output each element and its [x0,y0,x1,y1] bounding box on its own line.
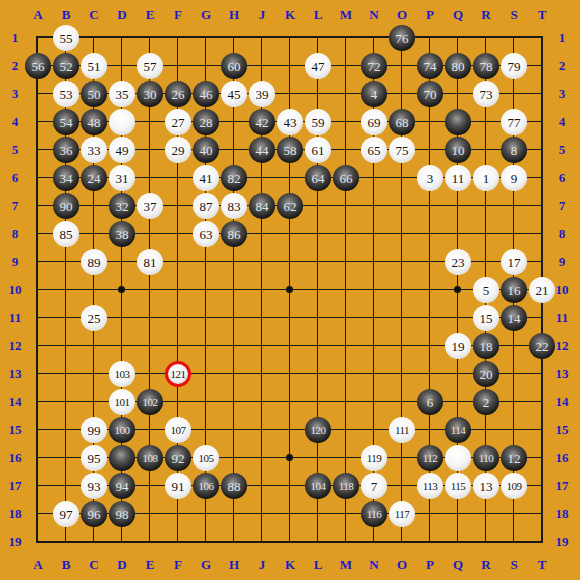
point-T14[interactable] [528,388,556,416]
point-B3[interactable]: 53 [52,80,80,108]
point-O13[interactable] [388,360,416,388]
point-T3[interactable] [528,80,556,108]
point-M3[interactable] [332,80,360,108]
point-O3[interactable] [388,80,416,108]
point-D16[interactable] [108,444,136,472]
point-T7[interactable] [528,192,556,220]
point-D5[interactable]: 49 [108,136,136,164]
point-F8[interactable] [164,220,192,248]
point-B14[interactable] [52,388,80,416]
point-S19[interactable] [500,528,528,556]
point-C11[interactable]: 25 [80,304,108,332]
point-D7[interactable]: 32 [108,192,136,220]
point-S8[interactable] [500,220,528,248]
point-N16[interactable]: 119 [360,444,388,472]
point-K4[interactable]: 43 [276,108,304,136]
point-E4[interactable] [136,108,164,136]
point-S2[interactable]: 79 [500,52,528,80]
point-B12[interactable] [52,332,80,360]
point-K2[interactable] [276,52,304,80]
point-Q9[interactable]: 23 [444,248,472,276]
point-K5[interactable]: 58 [276,136,304,164]
point-R12[interactable]: 18 [472,332,500,360]
point-C2[interactable]: 51 [80,52,108,80]
point-Q12[interactable]: 19 [444,332,472,360]
point-Q8[interactable] [444,220,472,248]
point-L2[interactable]: 47 [304,52,332,80]
point-M5[interactable] [332,136,360,164]
point-G3[interactable]: 46 [192,80,220,108]
point-M16[interactable] [332,444,360,472]
point-R2[interactable]: 78 [472,52,500,80]
point-O1[interactable]: 76 [388,24,416,52]
point-B15[interactable] [52,416,80,444]
point-R4[interactable] [472,108,500,136]
point-K18[interactable] [276,500,304,528]
point-P10[interactable] [416,276,444,304]
point-L3[interactable] [304,80,332,108]
point-J5[interactable]: 44 [248,136,276,164]
point-M18[interactable] [332,500,360,528]
point-S6[interactable]: 9 [500,164,528,192]
point-A10[interactable] [24,276,52,304]
point-L13[interactable] [304,360,332,388]
point-G4[interactable]: 28 [192,108,220,136]
point-N14[interactable] [360,388,388,416]
point-O18[interactable]: 117 [388,500,416,528]
point-E13[interactable] [136,360,164,388]
point-H19[interactable] [220,528,248,556]
point-L12[interactable] [304,332,332,360]
point-E6[interactable] [136,164,164,192]
point-Q17[interactable]: 115 [444,472,472,500]
point-T16[interactable] [528,444,556,472]
point-F6[interactable] [164,164,192,192]
point-S9[interactable]: 17 [500,248,528,276]
point-E19[interactable] [136,528,164,556]
point-H10[interactable] [220,276,248,304]
point-S15[interactable] [500,416,528,444]
point-J2[interactable] [248,52,276,80]
point-D15[interactable]: 100 [108,416,136,444]
point-M15[interactable] [332,416,360,444]
point-L17[interactable]: 104 [304,472,332,500]
point-Q2[interactable]: 80 [444,52,472,80]
point-T4[interactable] [528,108,556,136]
point-E15[interactable] [136,416,164,444]
point-P1[interactable] [416,24,444,52]
point-L4[interactable]: 59 [304,108,332,136]
point-D17[interactable]: 94 [108,472,136,500]
point-R13[interactable]: 20 [472,360,500,388]
point-S17[interactable]: 109 [500,472,528,500]
point-G16[interactable]: 105 [192,444,220,472]
point-A19[interactable] [24,528,52,556]
point-Q18[interactable] [444,500,472,528]
point-E9[interactable]: 81 [136,248,164,276]
point-N19[interactable] [360,528,388,556]
point-O15[interactable]: 111 [388,416,416,444]
point-D1[interactable] [108,24,136,52]
point-C3[interactable]: 50 [80,80,108,108]
point-G10[interactable] [192,276,220,304]
point-R19[interactable] [472,528,500,556]
point-P4[interactable] [416,108,444,136]
point-F4[interactable]: 27 [164,108,192,136]
point-O17[interactable] [388,472,416,500]
point-D19[interactable] [108,528,136,556]
point-R8[interactable] [472,220,500,248]
point-L1[interactable] [304,24,332,52]
point-N11[interactable] [360,304,388,332]
point-S1[interactable] [500,24,528,52]
point-K12[interactable] [276,332,304,360]
point-B9[interactable] [52,248,80,276]
point-N12[interactable] [360,332,388,360]
point-H18[interactable] [220,500,248,528]
point-A3[interactable] [24,80,52,108]
point-O4[interactable]: 68 [388,108,416,136]
point-M9[interactable] [332,248,360,276]
point-C18[interactable]: 96 [80,500,108,528]
point-E12[interactable] [136,332,164,360]
point-H7[interactable]: 83 [220,192,248,220]
point-G19[interactable] [192,528,220,556]
point-J11[interactable] [248,304,276,332]
point-L15[interactable]: 120 [304,416,332,444]
point-J6[interactable] [248,164,276,192]
point-K13[interactable] [276,360,304,388]
point-B6[interactable]: 34 [52,164,80,192]
point-Q10[interactable] [444,276,472,304]
point-G2[interactable] [192,52,220,80]
point-D14[interactable]: 101 [108,388,136,416]
point-S7[interactable] [500,192,528,220]
point-A4[interactable] [24,108,52,136]
point-T5[interactable] [528,136,556,164]
point-P8[interactable] [416,220,444,248]
point-O11[interactable] [388,304,416,332]
point-O12[interactable] [388,332,416,360]
point-C15[interactable]: 99 [80,416,108,444]
point-H9[interactable] [220,248,248,276]
point-R3[interactable]: 73 [472,80,500,108]
point-L6[interactable]: 64 [304,164,332,192]
point-K1[interactable] [276,24,304,52]
point-M6[interactable]: 66 [332,164,360,192]
point-G1[interactable] [192,24,220,52]
point-S11[interactable]: 14 [500,304,528,332]
point-C4[interactable]: 48 [80,108,108,136]
point-P7[interactable] [416,192,444,220]
point-T15[interactable] [528,416,556,444]
point-E11[interactable] [136,304,164,332]
point-G15[interactable] [192,416,220,444]
point-S16[interactable]: 12 [500,444,528,472]
point-B8[interactable]: 85 [52,220,80,248]
point-E14[interactable]: 102 [136,388,164,416]
point-R11[interactable]: 15 [472,304,500,332]
point-P19[interactable] [416,528,444,556]
point-J7[interactable]: 84 [248,192,276,220]
point-M8[interactable] [332,220,360,248]
point-S5[interactable]: 8 [500,136,528,164]
point-P17[interactable]: 113 [416,472,444,500]
point-R5[interactable] [472,136,500,164]
point-R7[interactable] [472,192,500,220]
point-E2[interactable]: 57 [136,52,164,80]
point-J16[interactable] [248,444,276,472]
point-Q4[interactable] [444,108,472,136]
point-E16[interactable]: 108 [136,444,164,472]
point-F14[interactable] [164,388,192,416]
point-T10[interactable]: 21 [528,276,556,304]
point-Q3[interactable] [444,80,472,108]
point-P15[interactable] [416,416,444,444]
point-P5[interactable] [416,136,444,164]
point-L11[interactable] [304,304,332,332]
point-Q5[interactable]: 10 [444,136,472,164]
point-P3[interactable]: 70 [416,80,444,108]
point-L9[interactable] [304,248,332,276]
point-E7[interactable]: 37 [136,192,164,220]
point-A1[interactable] [24,24,52,52]
point-F7[interactable] [164,192,192,220]
point-L5[interactable]: 61 [304,136,332,164]
point-A6[interactable] [24,164,52,192]
point-F12[interactable] [164,332,192,360]
point-B19[interactable] [52,528,80,556]
point-E8[interactable] [136,220,164,248]
point-R1[interactable] [472,24,500,52]
point-N9[interactable] [360,248,388,276]
point-P13[interactable] [416,360,444,388]
point-K19[interactable] [276,528,304,556]
point-N3[interactable]: 4 [360,80,388,108]
point-S3[interactable] [500,80,528,108]
point-Q13[interactable] [444,360,472,388]
point-J13[interactable] [248,360,276,388]
point-F1[interactable] [164,24,192,52]
point-P18[interactable] [416,500,444,528]
point-F16[interactable]: 92 [164,444,192,472]
point-T12[interactable]: 22 [528,332,556,360]
point-B7[interactable]: 90 [52,192,80,220]
point-A17[interactable] [24,472,52,500]
point-K11[interactable] [276,304,304,332]
point-D3[interactable]: 35 [108,80,136,108]
point-N13[interactable] [360,360,388,388]
point-R17[interactable]: 13 [472,472,500,500]
point-M11[interactable] [332,304,360,332]
point-F17[interactable]: 91 [164,472,192,500]
point-A18[interactable] [24,500,52,528]
point-G14[interactable] [192,388,220,416]
point-B2[interactable]: 52 [52,52,80,80]
point-A14[interactable] [24,388,52,416]
point-C17[interactable]: 93 [80,472,108,500]
point-Q14[interactable] [444,388,472,416]
point-D12[interactable] [108,332,136,360]
point-M7[interactable] [332,192,360,220]
point-L14[interactable] [304,388,332,416]
point-H3[interactable]: 45 [220,80,248,108]
point-N7[interactable] [360,192,388,220]
point-J9[interactable] [248,248,276,276]
point-L10[interactable] [304,276,332,304]
point-B13[interactable] [52,360,80,388]
point-Q7[interactable] [444,192,472,220]
point-O6[interactable] [388,164,416,192]
point-A11[interactable] [24,304,52,332]
point-B11[interactable] [52,304,80,332]
point-C13[interactable] [80,360,108,388]
point-H4[interactable] [220,108,248,136]
point-B4[interactable]: 54 [52,108,80,136]
point-F11[interactable] [164,304,192,332]
point-C9[interactable]: 89 [80,248,108,276]
point-D2[interactable] [108,52,136,80]
point-D18[interactable]: 98 [108,500,136,528]
point-F13[interactable]: 121 [164,360,192,388]
point-Q15[interactable]: 114 [444,416,472,444]
point-N4[interactable]: 69 [360,108,388,136]
point-T11[interactable] [528,304,556,332]
point-P14[interactable]: 6 [416,388,444,416]
point-T2[interactable] [528,52,556,80]
point-N17[interactable]: 7 [360,472,388,500]
point-B17[interactable] [52,472,80,500]
point-O9[interactable] [388,248,416,276]
point-N5[interactable]: 65 [360,136,388,164]
point-M1[interactable] [332,24,360,52]
point-M13[interactable] [332,360,360,388]
point-M17[interactable]: 118 [332,472,360,500]
point-R14[interactable]: 2 [472,388,500,416]
point-T1[interactable] [528,24,556,52]
point-B10[interactable] [52,276,80,304]
point-M10[interactable] [332,276,360,304]
point-L19[interactable] [304,528,332,556]
point-G13[interactable] [192,360,220,388]
point-D4[interactable] [108,108,136,136]
point-J8[interactable] [248,220,276,248]
point-T9[interactable] [528,248,556,276]
point-C14[interactable] [80,388,108,416]
point-R16[interactable]: 110 [472,444,500,472]
point-K6[interactable] [276,164,304,192]
point-J3[interactable]: 39 [248,80,276,108]
point-A8[interactable] [24,220,52,248]
point-J18[interactable] [248,500,276,528]
point-M2[interactable] [332,52,360,80]
point-H5[interactable] [220,136,248,164]
point-F5[interactable]: 29 [164,136,192,164]
point-C7[interactable] [80,192,108,220]
point-D10[interactable] [108,276,136,304]
point-J17[interactable] [248,472,276,500]
point-N1[interactable] [360,24,388,52]
point-F18[interactable] [164,500,192,528]
point-O14[interactable] [388,388,416,416]
point-L18[interactable] [304,500,332,528]
point-M12[interactable] [332,332,360,360]
point-B18[interactable]: 97 [52,500,80,528]
point-J12[interactable] [248,332,276,360]
point-S14[interactable] [500,388,528,416]
point-A12[interactable] [24,332,52,360]
point-F10[interactable] [164,276,192,304]
point-H17[interactable]: 88 [220,472,248,500]
point-K3[interactable] [276,80,304,108]
point-A9[interactable] [24,248,52,276]
point-F9[interactable] [164,248,192,276]
point-O7[interactable] [388,192,416,220]
point-C8[interactable] [80,220,108,248]
point-N18[interactable]: 116 [360,500,388,528]
point-K7[interactable]: 62 [276,192,304,220]
point-J15[interactable] [248,416,276,444]
point-G12[interactable] [192,332,220,360]
point-T18[interactable] [528,500,556,528]
point-R9[interactable] [472,248,500,276]
point-K10[interactable] [276,276,304,304]
point-S18[interactable] [500,500,528,528]
point-Q1[interactable] [444,24,472,52]
point-Q6[interactable]: 11 [444,164,472,192]
point-G18[interactable] [192,500,220,528]
point-Q11[interactable] [444,304,472,332]
point-R10[interactable]: 5 [472,276,500,304]
point-L16[interactable] [304,444,332,472]
point-J1[interactable] [248,24,276,52]
point-H13[interactable] [220,360,248,388]
point-J4[interactable]: 42 [248,108,276,136]
point-J10[interactable] [248,276,276,304]
point-P9[interactable] [416,248,444,276]
point-G7[interactable]: 87 [192,192,220,220]
point-T13[interactable] [528,360,556,388]
point-G5[interactable]: 40 [192,136,220,164]
point-P12[interactable] [416,332,444,360]
point-G9[interactable] [192,248,220,276]
point-E17[interactable] [136,472,164,500]
point-E10[interactable] [136,276,164,304]
point-A7[interactable] [24,192,52,220]
point-D6[interactable]: 31 [108,164,136,192]
point-M19[interactable] [332,528,360,556]
point-N10[interactable] [360,276,388,304]
point-F15[interactable]: 107 [164,416,192,444]
point-G8[interactable]: 63 [192,220,220,248]
point-K15[interactable] [276,416,304,444]
point-M4[interactable] [332,108,360,136]
point-D11[interactable] [108,304,136,332]
point-C16[interactable]: 95 [80,444,108,472]
point-F3[interactable]: 26 [164,80,192,108]
point-G11[interactable] [192,304,220,332]
point-D9[interactable] [108,248,136,276]
point-H1[interactable] [220,24,248,52]
point-E18[interactable] [136,500,164,528]
point-A13[interactable] [24,360,52,388]
point-N6[interactable] [360,164,388,192]
point-H6[interactable]: 82 [220,164,248,192]
point-H11[interactable] [220,304,248,332]
point-S4[interactable]: 77 [500,108,528,136]
point-C10[interactable] [80,276,108,304]
point-S13[interactable] [500,360,528,388]
